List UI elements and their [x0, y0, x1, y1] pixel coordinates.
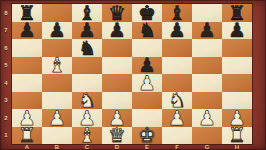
piece-black-pawn-b7[interactable]: ♟	[42, 22, 72, 40]
rank-label-7: 7	[0, 22, 12, 40]
square-e1[interactable]: ♚	[132, 127, 162, 145]
piece-black-pawn-a7[interactable]: ♟	[12, 22, 42, 40]
piece-white-pawn-f2[interactable]: ♟	[162, 109, 192, 127]
square-f5[interactable]	[162, 57, 192, 75]
square-a7[interactable]: ♟	[12, 22, 42, 40]
rank-label-3: 3	[0, 92, 12, 110]
rank-label-4: 4	[0, 74, 12, 92]
square-b7[interactable]: ♟	[42, 22, 72, 40]
chess-app-window: ♜♝♛♚♝♜♟♟♟♟♞♟♟♟♞♝♟♟♞♞♟♟♟♟♟♟♟♜♝♛♚♜ 8765432…	[0, 0, 266, 150]
square-d7[interactable]: ♟	[102, 22, 132, 40]
square-f7[interactable]: ♟	[162, 22, 192, 40]
rank-label-1: 1	[0, 127, 12, 145]
piece-white-rook-a1[interactable]: ♜	[12, 127, 42, 145]
square-e4[interactable]: ♟	[132, 74, 162, 92]
square-g2[interactable]: ♟	[192, 109, 222, 127]
piece-white-rook-h1[interactable]: ♜	[222, 127, 252, 145]
square-b5[interactable]: ♝	[42, 57, 72, 75]
rank-label-5: 5	[0, 57, 12, 75]
piece-white-king-e1[interactable]: ♚	[132, 127, 162, 145]
square-a4[interactable]	[12, 74, 42, 92]
square-d4[interactable]	[102, 74, 132, 92]
square-h1[interactable]: ♜	[222, 127, 252, 145]
square-a1[interactable]: ♜	[12, 127, 42, 145]
square-h5[interactable]	[222, 57, 252, 75]
piece-white-bishop-b5[interactable]: ♝	[42, 57, 72, 75]
piece-black-knight-c6[interactable]: ♞	[72, 39, 102, 57]
piece-white-bishop-c1[interactable]: ♝	[72, 127, 102, 145]
piece-white-pawn-g2[interactable]: ♟	[192, 109, 222, 127]
file-label-f: F	[162, 143, 192, 150]
square-a5[interactable]	[12, 57, 42, 75]
piece-white-queen-d1[interactable]: ♛	[102, 127, 132, 145]
file-label-b: B	[42, 143, 72, 150]
square-g7[interactable]: ♟	[192, 22, 222, 40]
square-h4[interactable]	[222, 74, 252, 92]
square-g5[interactable]	[192, 57, 222, 75]
square-d1[interactable]: ♛	[102, 127, 132, 145]
piece-black-pawn-d7[interactable]: ♟	[102, 22, 132, 40]
chess-board: ♜♝♛♚♝♜♟♟♟♟♞♟♟♟♞♝♟♟♞♞♟♟♟♟♟♟♟♜♝♛♚♜	[12, 4, 252, 144]
piece-black-pawn-g7[interactable]: ♟	[192, 22, 222, 40]
piece-white-pawn-b2[interactable]: ♟	[42, 109, 72, 127]
rank-label-8: 8	[0, 4, 12, 22]
piece-black-pawn-f7[interactable]: ♟	[162, 22, 192, 40]
rank-label-6: 6	[0, 39, 12, 57]
square-d5[interactable]	[102, 57, 132, 75]
square-c6[interactable]: ♞	[72, 39, 102, 57]
piece-white-pawn-e4[interactable]: ♟	[132, 74, 162, 92]
square-e7[interactable]: ♞	[132, 22, 162, 40]
square-c1[interactable]: ♝	[72, 127, 102, 145]
piece-black-pawn-h7[interactable]: ♟	[222, 22, 252, 40]
square-b2[interactable]: ♟	[42, 109, 72, 127]
square-h7[interactable]: ♟	[222, 22, 252, 40]
square-f2[interactable]: ♟	[162, 109, 192, 127]
rank-label-2: 2	[0, 109, 12, 127]
file-label-g: G	[192, 143, 222, 150]
piece-black-knight-e7[interactable]: ♞	[132, 22, 162, 40]
square-g4[interactable]	[192, 74, 222, 92]
